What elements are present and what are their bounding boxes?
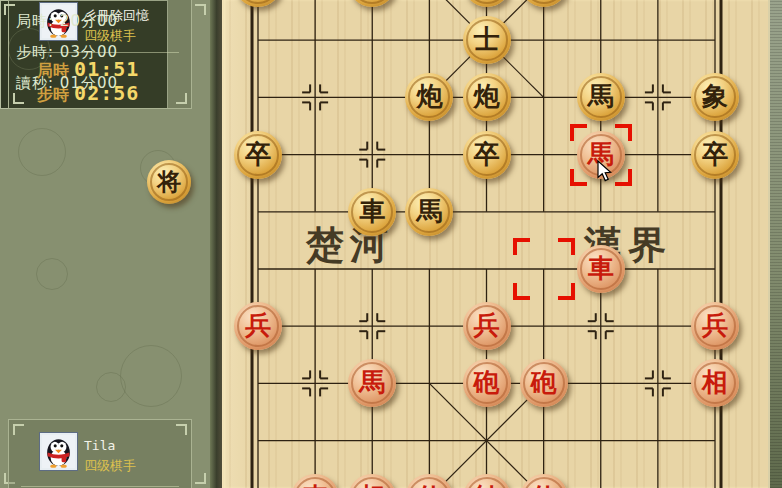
piece-glyph: 車 (291, 474, 339, 488)
sidebar: 彡冊除回憶 四级棋手 局時 01:51 步時 02:56 局時: 20分00 步… (0, 0, 210, 488)
bottom-player-rank: 四级棋手 (84, 457, 136, 475)
bottom-player-panel: Tila 四级棋手 (8, 419, 192, 488)
divider (21, 486, 179, 487)
qq-avatar (40, 433, 77, 470)
xiangqi-game-window: 彡冊除回憶 四级棋手 局時 01:51 步時 02:56 局時: 20分00 步… (0, 0, 782, 488)
piece-炮-black[interactable]: 炮 (405, 73, 453, 121)
penguin-avatar-icon (42, 435, 75, 468)
xiangqi-board[interactable]: 楚河 漢界 車象将士士炮炮馬象卒卒卒車馬馬車兵兵兵馬砲砲相車相仕帥仕 (222, 0, 768, 488)
piece-馬-black[interactable]: 馬 (405, 188, 453, 236)
piece-仕-red[interactable]: 仕 (520, 474, 568, 488)
piece-glyph: 士 (463, 16, 511, 63)
piece-兵-red[interactable]: 兵 (691, 302, 739, 350)
panel-corner-ornament (176, 93, 187, 104)
piece-glyph: 馬 (577, 73, 625, 120)
piece-glyph: 帥 (463, 474, 511, 488)
panel-corner-ornament (176, 424, 187, 435)
piece-象-black[interactable]: 象 (348, 0, 396, 7)
piece-glyph: 兵 (691, 302, 739, 349)
cloud-ornament (96, 372, 126, 402)
rule-game-time: 局時: 20分00 (16, 12, 118, 31)
piece-相-red[interactable]: 相 (691, 359, 739, 407)
panel-corner-ornament (13, 424, 24, 435)
piece-glyph: 炮 (405, 73, 453, 120)
panel-corner-ornament (195, 473, 206, 484)
panel-corner-ornament (13, 93, 24, 104)
piece-相-red[interactable]: 相 (348, 474, 396, 488)
piece-glyph: 兵 (234, 302, 282, 349)
piece-卒-black[interactable]: 卒 (463, 131, 511, 179)
piece-glyph: 卒 (463, 131, 511, 178)
piece-将-black[interactable]: 将 (463, 0, 511, 7)
piece-glyph: 象 (348, 0, 396, 6)
piece-glyph: 砲 (520, 359, 568, 406)
piece-砲-red[interactable]: 砲 (463, 359, 511, 407)
rule-move-time: 步時: 03分00 (16, 43, 118, 62)
piece-馬-black[interactable]: 馬 (577, 73, 625, 121)
cloud-ornament (36, 258, 68, 290)
arrow-cursor-icon (597, 160, 612, 182)
piece-glyph: 砲 (463, 359, 511, 406)
piece-glyph: 将 (463, 0, 511, 6)
piece-炮-black[interactable]: 炮 (463, 73, 511, 121)
piece-車-red[interactable]: 車 (577, 245, 625, 293)
piece-象-black[interactable]: 象 (691, 73, 739, 121)
piece-卒-black[interactable]: 卒 (234, 131, 282, 179)
piece-帥-red[interactable]: 帥 (463, 474, 511, 488)
piece-glyph: 兵 (463, 302, 511, 349)
piece-glyph: 馬 (405, 188, 453, 235)
piece-卒-black[interactable]: 卒 (691, 131, 739, 179)
piece-馬-red[interactable]: 馬 (348, 359, 396, 407)
piece-glyph: 卒 (234, 131, 282, 178)
piece-glyph: 象 (691, 73, 739, 120)
cloud-ornament (120, 345, 182, 407)
piece-車-black[interactable]: 車 (348, 188, 396, 236)
piece-車-black[interactable]: 車 (234, 0, 282, 7)
piece-glyph: 仕 (405, 474, 453, 488)
piece-glyph: 相 (348, 474, 396, 488)
panel-corner-ornament (4, 4, 15, 15)
last-move-from-marker (513, 238, 575, 300)
piece-glyph: 士 (520, 0, 568, 6)
piece-glyph: 仕 (520, 474, 568, 488)
piece-兵-red[interactable]: 兵 (463, 302, 511, 350)
panel-corner-ornament (195, 4, 206, 15)
piece-glyph: 車 (577, 245, 625, 292)
piece-士-black[interactable]: 士 (463, 16, 511, 64)
rule-byoyomi: 讀秒: 01分00 (16, 74, 118, 93)
piece-glyph: 馬 (348, 359, 396, 406)
piece-glyph: 相 (691, 359, 739, 406)
board-edge-shadow (210, 0, 222, 488)
piece-仕-red[interactable]: 仕 (405, 474, 453, 488)
mouse-cursor (597, 160, 612, 186)
piece-砲-red[interactable]: 砲 (520, 359, 568, 407)
piece-士-black[interactable]: 士 (520, 0, 568, 7)
piece-glyph: 車 (348, 188, 396, 235)
piece-glyph: 車 (234, 0, 282, 6)
background-right-strip (768, 0, 782, 488)
cloud-ornament (18, 128, 66, 176)
piece-glyph: 炮 (463, 73, 511, 120)
piece-車-red[interactable]: 車 (291, 474, 339, 488)
piece-兵-red[interactable]: 兵 (234, 302, 282, 350)
bottom-player-name: Tila (84, 438, 115, 453)
piece-glyph: 卒 (691, 131, 739, 178)
black-side-indicator-piece: 将 (147, 160, 191, 204)
